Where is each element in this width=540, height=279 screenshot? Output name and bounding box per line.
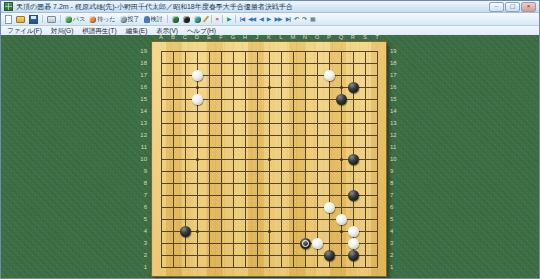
board-cell-C18[interactable] — [179, 57, 191, 69]
board-cell-J1[interactable] — [251, 261, 263, 273]
board-cell-A13[interactable] — [155, 117, 167, 129]
board-cell-F18[interactable] — [215, 57, 227, 69]
board-cell-M1[interactable] — [287, 261, 299, 273]
board-cell-J4[interactable] — [251, 225, 263, 237]
board-cell-D13[interactable] — [191, 117, 203, 129]
board-cell-P18[interactable] — [323, 57, 335, 69]
board-cell-P9[interactable] — [323, 165, 335, 177]
board-cell-S15[interactable] — [359, 93, 371, 105]
board-cell-D19[interactable] — [191, 45, 203, 57]
board-cell-R4[interactable] — [347, 225, 359, 237]
board-cell-Q14[interactable] — [335, 105, 347, 117]
board-cell-C6[interactable] — [179, 201, 191, 213]
board-cell-E4[interactable] — [203, 225, 215, 237]
close-button[interactable]: × — [521, 2, 536, 12]
board-cell-F19[interactable] — [215, 45, 227, 57]
board-cell-Q8[interactable] — [335, 177, 347, 189]
board-cell-L14[interactable] — [275, 105, 287, 117]
board-cell-B3[interactable] — [167, 237, 179, 249]
board-cell-S17[interactable] — [359, 69, 371, 81]
board-cell-R15[interactable] — [347, 93, 359, 105]
board-cell-S7[interactable] — [359, 189, 371, 201]
board-cell-D1[interactable] — [191, 261, 203, 273]
board-cell-K6[interactable] — [263, 201, 275, 213]
board-cell-A9[interactable] — [155, 165, 167, 177]
board-cell-S5[interactable] — [359, 213, 371, 225]
board-cell-F16[interactable] — [215, 81, 227, 93]
board-cell-E10[interactable] — [203, 153, 215, 165]
undo-ball-button[interactable]: 待った — [88, 14, 116, 24]
board-cell-J2[interactable] — [251, 249, 263, 261]
board-cell-E16[interactable] — [203, 81, 215, 93]
board-cell-S11[interactable] — [359, 141, 371, 153]
board-cell-E9[interactable] — [203, 165, 215, 177]
board-cell-R8[interactable] — [347, 177, 359, 189]
board-cell-L2[interactable] — [275, 249, 287, 261]
board-cell-D7[interactable] — [191, 189, 203, 201]
board-cell-O13[interactable] — [311, 117, 323, 129]
board-cell-J5[interactable] — [251, 213, 263, 225]
pencil-button[interactable] — [204, 14, 208, 24]
white-stone[interactable] — [192, 70, 203, 81]
board-cell-G1[interactable] — [227, 261, 239, 273]
board-cell-D4[interactable] — [191, 225, 203, 237]
board-cell-D11[interactable] — [191, 141, 203, 153]
board-cell-N7[interactable] — [299, 189, 311, 201]
board-cell-L4[interactable] — [275, 225, 287, 237]
board-cell-C17[interactable] — [179, 69, 191, 81]
print-button[interactable] — [46, 14, 57, 24]
board-cell-E5[interactable] — [203, 213, 215, 225]
board-cell-N2[interactable] — [299, 249, 311, 261]
board-cell-O14[interactable] — [311, 105, 323, 117]
black-stone[interactable] — [300, 238, 311, 249]
board-cell-P4[interactable] — [323, 225, 335, 237]
board-cell-B10[interactable] — [167, 153, 179, 165]
board-cell-A11[interactable] — [155, 141, 167, 153]
board-cell-D9[interactable] — [191, 165, 203, 177]
board-cell-A15[interactable] — [155, 93, 167, 105]
board-cell-O15[interactable] — [311, 93, 323, 105]
board-cell-C2[interactable] — [179, 249, 191, 261]
board-cell-N6[interactable] — [299, 201, 311, 213]
board-cell-E19[interactable] — [203, 45, 215, 57]
board-cell-H15[interactable] — [239, 93, 251, 105]
board-cell-G4[interactable] — [227, 225, 239, 237]
teal-ball-button[interactable] — [193, 14, 202, 24]
black-stone[interactable] — [348, 154, 359, 165]
board-cell-M3[interactable] — [287, 237, 299, 249]
board-cell-P1[interactable] — [323, 261, 335, 273]
board-cell-H17[interactable] — [239, 69, 251, 81]
save-button[interactable] — [28, 14, 39, 24]
board-cell-B8[interactable] — [167, 177, 179, 189]
board-cell-N9[interactable] — [299, 165, 311, 177]
board-cell-H4[interactable] — [239, 225, 251, 237]
board-cell-S10[interactable] — [359, 153, 371, 165]
board-cell-A4[interactable] — [155, 225, 167, 237]
board-cell-A2[interactable] — [155, 249, 167, 261]
board-cell-A6[interactable] — [155, 201, 167, 213]
board-cell-D10[interactable] — [191, 153, 203, 165]
board-cell-S18[interactable] — [359, 57, 371, 69]
board-cell-N19[interactable] — [299, 45, 311, 57]
board-cell-P19[interactable] — [323, 45, 335, 57]
board-cell-S16[interactable] — [359, 81, 371, 93]
board-cell-S12[interactable] — [359, 129, 371, 141]
board-cell-K4[interactable] — [263, 225, 275, 237]
board-cell-M8[interactable] — [287, 177, 299, 189]
board-cell-H9[interactable] — [239, 165, 251, 177]
redo-arrow-button[interactable]: ↷ — [301, 14, 307, 24]
board-cell-T10[interactable] — [371, 153, 383, 165]
board-cell-F11[interactable] — [215, 141, 227, 153]
maximize-button[interactable]: ▢ — [505, 2, 520, 12]
board-cell-H1[interactable] — [239, 261, 251, 273]
board-cell-F8[interactable] — [215, 177, 227, 189]
board-cell-B2[interactable] — [167, 249, 179, 261]
board-cell-Q17[interactable] — [335, 69, 347, 81]
board-cell-Q10[interactable] — [335, 153, 347, 165]
black-stone[interactable] — [324, 250, 335, 261]
board-cell-G18[interactable] — [227, 57, 239, 69]
undo-arrow-button[interactable]: ↶ — [293, 14, 299, 24]
board-cell-D2[interactable] — [191, 249, 203, 261]
board-cell-M5[interactable] — [287, 213, 299, 225]
board-cell-G17[interactable] — [227, 69, 239, 81]
board-cell-Q12[interactable] — [335, 129, 347, 141]
board-cell-G5[interactable] — [227, 213, 239, 225]
board-cell-B1[interactable] — [167, 261, 179, 273]
board-cell-F10[interactable] — [215, 153, 227, 165]
nav-back10-button[interactable]: ◀◀ — [247, 14, 256, 24]
board-cell-L3[interactable] — [275, 237, 287, 249]
board-cell-B13[interactable] — [167, 117, 179, 129]
board-cell-T13[interactable] — [371, 117, 383, 129]
board-cell-T8[interactable] — [371, 177, 383, 189]
white-stone[interactable] — [324, 70, 335, 81]
board-cell-K18[interactable] — [263, 57, 275, 69]
board-cell-T11[interactable] — [371, 141, 383, 153]
board-cell-P13[interactable] — [323, 117, 335, 129]
board-cell-O16[interactable] — [311, 81, 323, 93]
board-cell-Q15[interactable] — [335, 93, 347, 105]
board-cell-S6[interactable] — [359, 201, 371, 213]
board-cell-H16[interactable] — [239, 81, 251, 93]
board-cell-S2[interactable] — [359, 249, 371, 261]
board-cell-N3[interactable] — [299, 237, 311, 249]
analyze-person-button[interactable]: 検討 — [143, 14, 164, 24]
board-cell-F5[interactable] — [215, 213, 227, 225]
board-cell-L5[interactable] — [275, 213, 287, 225]
board-cell-N18[interactable] — [299, 57, 311, 69]
board-cell-M2[interactable] — [287, 249, 299, 261]
board-cell-Q11[interactable] — [335, 141, 347, 153]
board-cell-B14[interactable] — [167, 105, 179, 117]
board-cell-G10[interactable] — [227, 153, 239, 165]
board-cell-T18[interactable] — [371, 57, 383, 69]
board-cell-K15[interactable] — [263, 93, 275, 105]
board-cell-P8[interactable] — [323, 177, 335, 189]
board-cell-T12[interactable] — [371, 129, 383, 141]
board-cell-G13[interactable] — [227, 117, 239, 129]
board-cell-C11[interactable] — [179, 141, 191, 153]
nav-back-button[interactable]: ◀ — [258, 14, 264, 24]
board-cell-M10[interactable] — [287, 153, 299, 165]
board-cell-R17[interactable] — [347, 69, 359, 81]
board-cell-B6[interactable] — [167, 201, 179, 213]
board-cell-G2[interactable] — [227, 249, 239, 261]
board-cell-T14[interactable] — [371, 105, 383, 117]
board-cell-D5[interactable] — [191, 213, 203, 225]
board-cell-O1[interactable] — [311, 261, 323, 273]
board-cell-M9[interactable] — [287, 165, 299, 177]
board-cell-N4[interactable] — [299, 225, 311, 237]
nav-last-button[interactable]: ▶| — [285, 14, 291, 24]
board-cell-D14[interactable] — [191, 105, 203, 117]
board-cell-O10[interactable] — [311, 153, 323, 165]
board-cell-M7[interactable] — [287, 189, 299, 201]
board-cell-O2[interactable] — [311, 249, 323, 261]
board-cell-T7[interactable] — [371, 189, 383, 201]
board-cell-K11[interactable] — [263, 141, 275, 153]
board-cell-L17[interactable] — [275, 69, 287, 81]
board-cell-G3[interactable] — [227, 237, 239, 249]
board-cell-Q2[interactable] — [335, 249, 347, 261]
board-cell-F2[interactable] — [215, 249, 227, 261]
board-cell-P14[interactable] — [323, 105, 335, 117]
black-stone[interactable] — [348, 190, 359, 201]
board-cell-K19[interactable] — [263, 45, 275, 57]
board-cell-Q9[interactable] — [335, 165, 347, 177]
board-cell-R5[interactable] — [347, 213, 359, 225]
board-cell-B7[interactable] — [167, 189, 179, 201]
board-cell-L11[interactable] — [275, 141, 287, 153]
board-cell-H7[interactable] — [239, 189, 251, 201]
board-cell-O17[interactable] — [311, 69, 323, 81]
board-cell-F6[interactable] — [215, 201, 227, 213]
board-cell-J16[interactable] — [251, 81, 263, 93]
board-cell-C13[interactable] — [179, 117, 191, 129]
board-cell-C7[interactable] — [179, 189, 191, 201]
board-cell-A7[interactable] — [155, 189, 167, 201]
board-cell-Q7[interactable] — [335, 189, 347, 201]
board-cell-J14[interactable] — [251, 105, 263, 117]
board-cell-R19[interactable] — [347, 45, 359, 57]
board-cell-E11[interactable] — [203, 141, 215, 153]
board-cell-H12[interactable] — [239, 129, 251, 141]
nav-forward-button[interactable]: ▶ — [266, 14, 272, 24]
board-cell-N12[interactable] — [299, 129, 311, 141]
board-cell-R10[interactable] — [347, 153, 359, 165]
white-stone[interactable] — [312, 238, 323, 249]
board-cell-K7[interactable] — [263, 189, 275, 201]
board-cell-M13[interactable] — [287, 117, 299, 129]
board-cell-J17[interactable] — [251, 69, 263, 81]
board-cell-J8[interactable] — [251, 177, 263, 189]
board-cell-Q1[interactable] — [335, 261, 347, 273]
board-cell-L6[interactable] — [275, 201, 287, 213]
board-cell-E7[interactable] — [203, 189, 215, 201]
board-cell-T3[interactable] — [371, 237, 383, 249]
board-cell-G9[interactable] — [227, 165, 239, 177]
minimize-button[interactable]: – — [489, 2, 504, 12]
board-cell-M11[interactable] — [287, 141, 299, 153]
board-cell-O19[interactable] — [311, 45, 323, 57]
board-cell-T2[interactable] — [371, 249, 383, 261]
board-cell-H6[interactable] — [239, 201, 251, 213]
board-cell-F14[interactable] — [215, 105, 227, 117]
board-cell-B12[interactable] — [167, 129, 179, 141]
board-cell-N13[interactable] — [299, 117, 311, 129]
board-cell-K14[interactable] — [263, 105, 275, 117]
board-cell-Q5[interactable] — [335, 213, 347, 225]
board-cell-H19[interactable] — [239, 45, 251, 57]
board-cell-A17[interactable] — [155, 69, 167, 81]
board-cell-S3[interactable] — [359, 237, 371, 249]
board-cell-G8[interactable] — [227, 177, 239, 189]
board-cell-C4[interactable] — [179, 225, 191, 237]
board-cell-H3[interactable] — [239, 237, 251, 249]
board-cell-R7[interactable] — [347, 189, 359, 201]
board-cell-O9[interactable] — [311, 165, 323, 177]
board-cell-N10[interactable] — [299, 153, 311, 165]
board-cell-H14[interactable] — [239, 105, 251, 117]
board-cell-P12[interactable] — [323, 129, 335, 141]
pass-ball-button[interactable]: パス — [64, 14, 86, 24]
board-cell-H10[interactable] — [239, 153, 251, 165]
board-cell-J9[interactable] — [251, 165, 263, 177]
board-cell-D15[interactable] — [191, 93, 203, 105]
board-cell-R13[interactable] — [347, 117, 359, 129]
board-cell-J6[interactable] — [251, 201, 263, 213]
board-cell-P6[interactable] — [323, 201, 335, 213]
white-stone[interactable] — [336, 214, 347, 225]
board-cell-J15[interactable] — [251, 93, 263, 105]
white-stone[interactable] — [348, 226, 359, 237]
board-cell-G19[interactable] — [227, 45, 239, 57]
board-cell-T6[interactable] — [371, 201, 383, 213]
board-cell-H2[interactable] — [239, 249, 251, 261]
board-cell-F3[interactable] — [215, 237, 227, 249]
board-cell-F17[interactable] — [215, 69, 227, 81]
board-cell-Q13[interactable] — [335, 117, 347, 129]
board-cell-M12[interactable] — [287, 129, 299, 141]
open-folder-button[interactable] — [15, 14, 26, 24]
board-cell-T19[interactable] — [371, 45, 383, 57]
board-cell-D17[interactable] — [191, 69, 203, 81]
board-cell-O12[interactable] — [311, 129, 323, 141]
board-cell-F7[interactable] — [215, 189, 227, 201]
board-cell-O6[interactable] — [311, 201, 323, 213]
board-cell-O18[interactable] — [311, 57, 323, 69]
board-cell-G7[interactable] — [227, 189, 239, 201]
board-cell-L7[interactable] — [275, 189, 287, 201]
board-cell-Q16[interactable] — [335, 81, 347, 93]
board-cell-P2[interactable] — [323, 249, 335, 261]
board-cell-H8[interactable] — [239, 177, 251, 189]
board-cell-O11[interactable] — [311, 141, 323, 153]
board-cell-L9[interactable] — [275, 165, 287, 177]
board-cell-H13[interactable] — [239, 117, 251, 129]
board-cell-R2[interactable] — [347, 249, 359, 261]
board-cell-H11[interactable] — [239, 141, 251, 153]
board-cell-M17[interactable] — [287, 69, 299, 81]
board-cell-S14[interactable] — [359, 105, 371, 117]
board-cell-E14[interactable] — [203, 105, 215, 117]
board-cell-P17[interactable] — [323, 69, 335, 81]
board-cell-Q18[interactable] — [335, 57, 347, 69]
board-cell-K16[interactable] — [263, 81, 275, 93]
board-cell-M6[interactable] — [287, 201, 299, 213]
board-cell-Q3[interactable] — [335, 237, 347, 249]
board-cell-K2[interactable] — [263, 249, 275, 261]
board-cell-P5[interactable] — [323, 213, 335, 225]
board-cell-M19[interactable] — [287, 45, 299, 57]
board-cell-S4[interactable] — [359, 225, 371, 237]
board-cell-K12[interactable] — [263, 129, 275, 141]
board-cell-K8[interactable] — [263, 177, 275, 189]
board-cell-K9[interactable] — [263, 165, 275, 177]
board-cell-J7[interactable] — [251, 189, 263, 201]
board-cell-E17[interactable] — [203, 69, 215, 81]
board-cell-E12[interactable] — [203, 129, 215, 141]
board-cell-K10[interactable] — [263, 153, 275, 165]
board-cell-G14[interactable] — [227, 105, 239, 117]
board-cell-R12[interactable] — [347, 129, 359, 141]
board-cell-B4[interactable] — [167, 225, 179, 237]
board-cell-F13[interactable] — [215, 117, 227, 129]
board-cell-B17[interactable] — [167, 69, 179, 81]
board-cell-C8[interactable] — [179, 177, 191, 189]
resign-ball-button[interactable]: 投了 — [119, 14, 141, 24]
board-cell-T15[interactable] — [371, 93, 383, 105]
nav-first-button[interactable]: |◀ — [239, 14, 245, 24]
board-cell-N1[interactable] — [299, 261, 311, 273]
board-cell-A18[interactable] — [155, 57, 167, 69]
nav-forward10-button[interactable]: ▶▶ — [273, 14, 282, 24]
board-cell-C15[interactable] — [179, 93, 191, 105]
board-cell-A19[interactable] — [155, 45, 167, 57]
board-cell-K5[interactable] — [263, 213, 275, 225]
board-cell-C1[interactable] — [179, 261, 191, 273]
board-cell-G16[interactable] — [227, 81, 239, 93]
board-cell-B18[interactable] — [167, 57, 179, 69]
white-stone[interactable] — [192, 94, 203, 105]
board-cell-S8[interactable] — [359, 177, 371, 189]
board-cell-N11[interactable] — [299, 141, 311, 153]
board-cell-P10[interactable] — [323, 153, 335, 165]
board-cell-C19[interactable] — [179, 45, 191, 57]
board-cell-D8[interactable] — [191, 177, 203, 189]
board-cell-C16[interactable] — [179, 81, 191, 93]
board-cell-N16[interactable] — [299, 81, 311, 93]
board-cell-D3[interactable] — [191, 237, 203, 249]
board-cell-L18[interactable] — [275, 57, 287, 69]
board-cell-C9[interactable] — [179, 165, 191, 177]
board-cell-R18[interactable] — [347, 57, 359, 69]
board-cell-K1[interactable] — [263, 261, 275, 273]
board-cell-C5[interactable] — [179, 213, 191, 225]
board-cell-O7[interactable] — [311, 189, 323, 201]
board-cell-E15[interactable] — [203, 93, 215, 105]
black-stone[interactable] — [348, 250, 359, 261]
board-cell-E3[interactable] — [203, 237, 215, 249]
board-cell-C3[interactable] — [179, 237, 191, 249]
black-stone[interactable] — [348, 82, 359, 93]
board-cell-B16[interactable] — [167, 81, 179, 93]
board-cell-O3[interactable] — [311, 237, 323, 249]
